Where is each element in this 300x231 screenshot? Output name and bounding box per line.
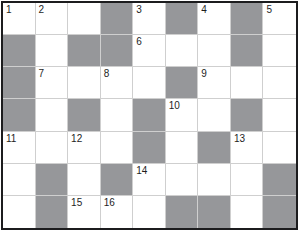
blocked-cell xyxy=(231,3,264,35)
grid-cell[interactable]: 3 xyxy=(133,3,166,35)
clue-number: 10 xyxy=(169,100,180,112)
blocked-cell xyxy=(263,164,296,196)
blocked-cell xyxy=(133,99,166,131)
blocked-cell xyxy=(68,35,101,67)
clue-number: 2 xyxy=(39,4,45,16)
grid-cell[interactable] xyxy=(101,132,134,164)
grid-cell[interactable] xyxy=(198,164,231,196)
clue-number: 5 xyxy=(266,4,272,16)
clue-number: 7 xyxy=(39,68,45,80)
clue-number: 1 xyxy=(6,4,12,16)
grid-cell[interactable]: 9 xyxy=(198,67,231,99)
blocked-cell xyxy=(101,3,134,35)
grid-cell[interactable]: 1 xyxy=(3,3,36,35)
crossword-grid: 12345678910111213141516 xyxy=(1,1,298,230)
grid-cell[interactable] xyxy=(166,164,199,196)
grid-cell[interactable] xyxy=(198,35,231,67)
blocked-cell xyxy=(263,196,296,228)
clue-number: 8 xyxy=(104,68,110,80)
grid-cell[interactable] xyxy=(263,35,296,67)
blocked-cell xyxy=(166,3,199,35)
grid-cell[interactable]: 16 xyxy=(101,196,134,228)
grid-cell[interactable]: 13 xyxy=(231,132,264,164)
grid-cell[interactable] xyxy=(166,35,199,67)
blocked-cell xyxy=(101,35,134,67)
blocked-cell xyxy=(68,99,101,131)
grid-cell[interactable] xyxy=(133,67,166,99)
grid-cell[interactable]: 12 xyxy=(68,132,101,164)
grid-cell[interactable]: 6 xyxy=(133,35,166,67)
blocked-cell xyxy=(3,35,36,67)
grid-cell[interactable] xyxy=(68,164,101,196)
blocked-cell xyxy=(231,35,264,67)
grid-cell[interactable]: 11 xyxy=(3,132,36,164)
grid-cell[interactable] xyxy=(101,99,134,131)
clue-number: 3 xyxy=(136,4,142,16)
grid-cell[interactable] xyxy=(231,196,264,228)
grid-cell[interactable] xyxy=(3,164,36,196)
blocked-cell xyxy=(166,196,199,228)
blocked-cell xyxy=(3,99,36,131)
grid-cell[interactable] xyxy=(68,67,101,99)
grid-cell[interactable] xyxy=(231,67,264,99)
blocked-cell xyxy=(101,164,134,196)
grid-cell[interactable] xyxy=(263,99,296,131)
clue-number: 16 xyxy=(104,197,115,209)
grid-cell[interactable] xyxy=(263,67,296,99)
clue-number: 14 xyxy=(136,165,147,177)
grid-cell[interactable] xyxy=(36,35,69,67)
clue-number: 4 xyxy=(201,4,207,16)
grid-cell[interactable]: 2 xyxy=(36,3,69,35)
grid-cell[interactable] xyxy=(231,164,264,196)
grid-cell[interactable] xyxy=(68,3,101,35)
grid-cell[interactable] xyxy=(3,196,36,228)
grid-cell[interactable] xyxy=(198,99,231,131)
blocked-cell xyxy=(198,132,231,164)
grid-cell[interactable]: 10 xyxy=(166,99,199,131)
blocked-cell xyxy=(166,67,199,99)
blocked-cell xyxy=(3,67,36,99)
grid-cell[interactable]: 4 xyxy=(198,3,231,35)
grid-cell[interactable] xyxy=(36,99,69,131)
grid-cell[interactable]: 8 xyxy=(101,67,134,99)
grid-cell[interactable]: 14 xyxy=(133,164,166,196)
blocked-cell xyxy=(198,196,231,228)
grid-cell[interactable]: 15 xyxy=(68,196,101,228)
grid-cell[interactable] xyxy=(133,196,166,228)
grid-cell[interactable] xyxy=(263,132,296,164)
blocked-cell xyxy=(36,164,69,196)
grid-cell[interactable] xyxy=(166,132,199,164)
grid-cell[interactable]: 7 xyxy=(36,67,69,99)
grid-cell[interactable]: 5 xyxy=(263,3,296,35)
grid-cell[interactable] xyxy=(36,132,69,164)
blocked-cell xyxy=(231,99,264,131)
blocked-cell xyxy=(36,196,69,228)
clue-number: 9 xyxy=(201,68,207,80)
clue-number: 15 xyxy=(71,197,82,209)
clue-number: 12 xyxy=(71,133,82,145)
clue-number: 6 xyxy=(136,36,142,48)
clue-number: 13 xyxy=(234,133,245,145)
clue-number: 11 xyxy=(6,133,16,145)
blocked-cell xyxy=(133,132,166,164)
